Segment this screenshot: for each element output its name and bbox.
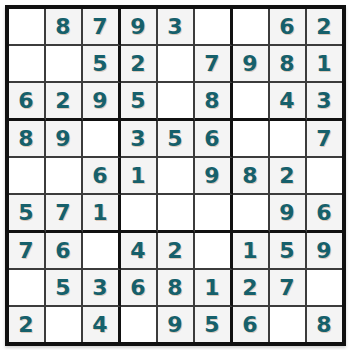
- cell-r9c9[interactable]: 8: [307, 307, 342, 342]
- cell-r4c7[interactable]: [233, 121, 270, 158]
- cell-r4c4[interactable]: 3: [121, 121, 158, 158]
- cell-r3c1[interactable]: 6: [9, 83, 46, 121]
- cell-r9c5[interactable]: 9: [158, 307, 195, 342]
- cell-r8c8[interactable]: 7: [270, 270, 307, 307]
- cell-r1c8[interactable]: 6: [270, 9, 307, 46]
- cell-r7c6[interactable]: [195, 233, 233, 270]
- cell-r1c6[interactable]: [195, 9, 233, 46]
- cell-r5c8[interactable]: 2: [270, 158, 307, 195]
- cell-r4c6[interactable]: 6: [195, 121, 233, 158]
- cell-r5c9[interactable]: [307, 158, 342, 195]
- cell-r9c2[interactable]: [46, 307, 83, 342]
- cell-r8c3[interactable]: 3: [83, 270, 121, 307]
- cell-r2c2[interactable]: [46, 46, 83, 83]
- cell-r7c2[interactable]: 6: [46, 233, 83, 270]
- cell-r1c2[interactable]: 8: [46, 9, 83, 46]
- cell-r2c6[interactable]: 7: [195, 46, 233, 83]
- cell-r4c3[interactable]: [83, 121, 121, 158]
- cell-r5c4[interactable]: 1: [121, 158, 158, 195]
- cell-r6c8[interactable]: 9: [270, 195, 307, 233]
- cell-r6c9[interactable]: 6: [307, 195, 342, 233]
- cell-r4c8[interactable]: [270, 121, 307, 158]
- cell-r8c1[interactable]: [9, 270, 46, 307]
- cell-r8c6[interactable]: 1: [195, 270, 233, 307]
- cell-r1c3[interactable]: 7: [83, 9, 121, 46]
- cell-r9c1[interactable]: 2: [9, 307, 46, 342]
- cell-r3c6[interactable]: 8: [195, 83, 233, 121]
- cell-r1c9[interactable]: 2: [307, 9, 342, 46]
- cell-r9c8[interactable]: [270, 307, 307, 342]
- cell-r3c5[interactable]: [158, 83, 195, 121]
- cell-r2c5[interactable]: [158, 46, 195, 83]
- cell-r6c3[interactable]: 1: [83, 195, 121, 233]
- cell-r7c9[interactable]: 9: [307, 233, 342, 270]
- cell-r3c2[interactable]: 2: [46, 83, 83, 121]
- cell-r5c5[interactable]: [158, 158, 195, 195]
- cell-r7c3[interactable]: [83, 233, 121, 270]
- cell-r3c3[interactable]: 9: [83, 83, 121, 121]
- cell-r5c3[interactable]: 6: [83, 158, 121, 195]
- cell-r8c9[interactable]: [307, 270, 342, 307]
- cell-r2c8[interactable]: 8: [270, 46, 307, 83]
- cell-r5c2[interactable]: [46, 158, 83, 195]
- cell-r7c8[interactable]: 5: [270, 233, 307, 270]
- cell-r2c1[interactable]: [9, 46, 46, 83]
- cell-r6c7[interactable]: [233, 195, 270, 233]
- cell-r8c2[interactable]: 5: [46, 270, 83, 307]
- cell-r7c1[interactable]: 7: [9, 233, 46, 270]
- cell-r1c1[interactable]: [9, 9, 46, 46]
- cell-r4c2[interactable]: 9: [46, 121, 83, 158]
- cell-r1c5[interactable]: 3: [158, 9, 195, 46]
- cell-r3c9[interactable]: 3: [307, 83, 342, 121]
- cell-r9c7[interactable]: 6: [233, 307, 270, 342]
- cell-r2c4[interactable]: 2: [121, 46, 158, 83]
- cell-r4c1[interactable]: 8: [9, 121, 46, 158]
- cell-r7c7[interactable]: 1: [233, 233, 270, 270]
- cell-r6c4[interactable]: [121, 195, 158, 233]
- cell-r2c9[interactable]: 1: [307, 46, 342, 83]
- cell-r9c6[interactable]: 5: [195, 307, 233, 342]
- cell-r6c6[interactable]: [195, 195, 233, 233]
- cell-r6c5[interactable]: [158, 195, 195, 233]
- cell-r9c4[interactable]: [121, 307, 158, 342]
- cell-r5c1[interactable]: [9, 158, 46, 195]
- sudoku-board: 8793625279816295843893567619825719676421…: [5, 5, 346, 346]
- cell-r9c3[interactable]: 4: [83, 307, 121, 342]
- cell-r4c9[interactable]: 7: [307, 121, 342, 158]
- cell-r5c6[interactable]: 9: [195, 158, 233, 195]
- cell-r5c7[interactable]: 8: [233, 158, 270, 195]
- cell-r8c5[interactable]: 8: [158, 270, 195, 307]
- cell-r3c4[interactable]: 5: [121, 83, 158, 121]
- cell-r7c5[interactable]: 2: [158, 233, 195, 270]
- cell-r7c4[interactable]: 4: [121, 233, 158, 270]
- cell-r8c7[interactable]: 2: [233, 270, 270, 307]
- cell-r3c7[interactable]: [233, 83, 270, 121]
- cell-r6c2[interactable]: 7: [46, 195, 83, 233]
- cell-r6c1[interactable]: 5: [9, 195, 46, 233]
- cell-r1c7[interactable]: [233, 9, 270, 46]
- cell-r4c5[interactable]: 5: [158, 121, 195, 158]
- cell-r8c4[interactable]: 6: [121, 270, 158, 307]
- cell-r1c4[interactable]: 9: [121, 9, 158, 46]
- cell-r2c3[interactable]: 5: [83, 46, 121, 83]
- cell-r2c7[interactable]: 9: [233, 46, 270, 83]
- cell-r3c8[interactable]: 4: [270, 83, 307, 121]
